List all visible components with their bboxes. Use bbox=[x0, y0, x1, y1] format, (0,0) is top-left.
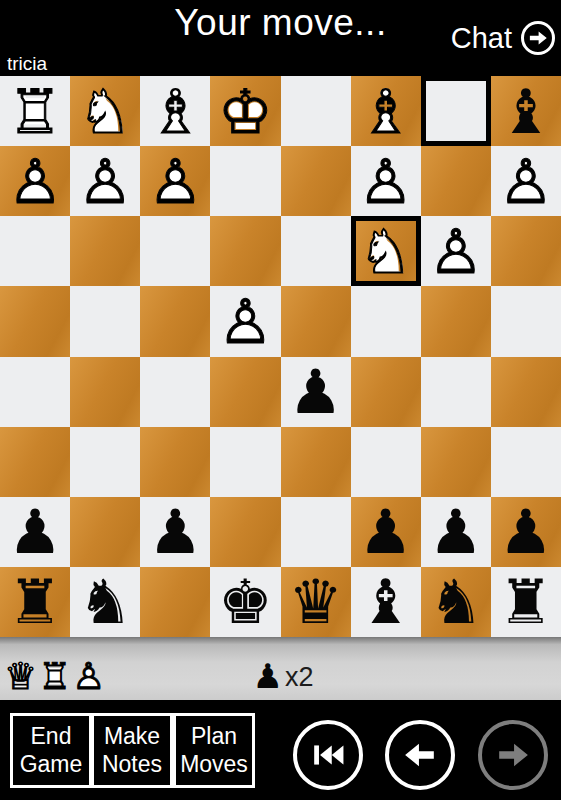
piece-outline-glyph: ♘ bbox=[358, 221, 413, 282]
piece-black-queen: ♛ bbox=[288, 571, 343, 632]
piece-glyph: ♟ bbox=[499, 501, 554, 562]
back-arrow-icon bbox=[403, 738, 437, 772]
piece-glyph: ♞ bbox=[78, 571, 133, 632]
piece-black-rook: ♜ bbox=[8, 571, 63, 632]
end-game-label-line2: Game bbox=[20, 751, 83, 779]
square-c2[interactable]: ♟♙ bbox=[351, 146, 421, 216]
captured-white-tray: ♛♕♜♖♟♙ bbox=[4, 658, 106, 695]
piece-glyph: ♟ bbox=[428, 501, 483, 562]
piece-glyph: ♛ bbox=[288, 571, 343, 632]
square-h1[interactable]: ♜♖ bbox=[0, 76, 70, 146]
captured-white-rook-icon: ♜♖ bbox=[38, 658, 71, 695]
square-g8[interactable]: ♞ bbox=[70, 567, 140, 637]
square-e4[interactable]: ♟♙ bbox=[210, 286, 280, 356]
square-d2[interactable] bbox=[281, 146, 351, 216]
captured-tray: ♛♕♜♖♟♙ ♟ x2 bbox=[0, 637, 561, 700]
square-d3[interactable] bbox=[281, 216, 351, 286]
forward-arrow-icon bbox=[496, 738, 530, 772]
skip-to-start-icon bbox=[311, 738, 345, 772]
piece-black-king: ♚ bbox=[218, 571, 273, 632]
piece-outline-glyph: ♗ bbox=[358, 81, 413, 142]
piece-white-rook: ♜♖ bbox=[8, 81, 63, 142]
plan-moves-label-line2: Moves bbox=[180, 751, 248, 779]
square-e1[interactable]: ♚♔ bbox=[210, 76, 280, 146]
square-g7[interactable] bbox=[70, 497, 140, 567]
piece-outline-glyph: ♙ bbox=[72, 658, 105, 695]
square-d6[interactable] bbox=[281, 427, 351, 497]
make-notes-label-line2: Notes bbox=[102, 751, 162, 779]
piece-outline-glyph: ♙ bbox=[499, 151, 554, 212]
piece-outline-glyph: ♙ bbox=[218, 291, 273, 352]
chat-label: Chat bbox=[451, 22, 512, 55]
captured-white-queen-icon: ♛♕ bbox=[4, 658, 37, 695]
square-f1[interactable]: ♝♗ bbox=[140, 76, 210, 146]
square-c6[interactable] bbox=[351, 427, 421, 497]
piece-glyph: ♝ bbox=[499, 81, 554, 142]
chess-board: ♜♖♞♘♝♗♚♔♝♗♝♟♙♟♙♟♙♟♙♟♙♞♘♟♙♟♙♟♟♟♟♟♟♜♞♚♛♝♞♜ bbox=[0, 76, 561, 637]
piece-glyph: ♟ bbox=[288, 361, 343, 422]
square-f5[interactable] bbox=[140, 357, 210, 427]
square-a4[interactable] bbox=[491, 286, 561, 356]
piece-glyph: ♜ bbox=[8, 571, 63, 632]
square-h5[interactable] bbox=[0, 357, 70, 427]
piece-white-pawn: ♟♙ bbox=[218, 291, 273, 352]
square-c7[interactable]: ♟ bbox=[351, 497, 421, 567]
square-e8[interactable]: ♚ bbox=[210, 567, 280, 637]
captured-black-count: x2 bbox=[285, 664, 314, 693]
captured-white-pawn-icon: ♟♙ bbox=[72, 658, 105, 695]
captured-black-tray: ♟ x2 bbox=[252, 659, 313, 693]
piece-glyph: ♟ bbox=[148, 501, 203, 562]
square-f7[interactable]: ♟ bbox=[140, 497, 210, 567]
piece-glyph: ♟ bbox=[358, 501, 413, 562]
square-c5[interactable] bbox=[351, 357, 421, 427]
piece-outline-glyph: ♘ bbox=[78, 81, 133, 142]
square-d7[interactable] bbox=[281, 497, 351, 567]
square-h3[interactable] bbox=[0, 216, 70, 286]
piece-outline-glyph: ♙ bbox=[78, 151, 133, 212]
piece-white-pawn: ♟♙ bbox=[148, 151, 203, 212]
piece-outline-glyph: ♖ bbox=[8, 81, 63, 142]
piece-white-king: ♚♔ bbox=[218, 81, 273, 142]
square-h2[interactable]: ♟♙ bbox=[0, 146, 70, 216]
piece-glyph: ♚ bbox=[218, 571, 273, 632]
piece-white-pawn: ♟♙ bbox=[358, 151, 413, 212]
skip-to-start-button[interactable] bbox=[293, 720, 363, 790]
square-h4[interactable] bbox=[0, 286, 70, 356]
piece-glyph: ♝ bbox=[358, 571, 413, 632]
piece-glyph: ♟ bbox=[8, 501, 63, 562]
make-notes-button[interactable]: Make Notes bbox=[91, 713, 173, 788]
square-h7[interactable]: ♟ bbox=[0, 497, 70, 567]
captured-black-pawn-holder: ♟ bbox=[252, 659, 282, 693]
square-a6[interactable] bbox=[491, 427, 561, 497]
header-bar: Your move... Chat tricia bbox=[0, 0, 561, 76]
square-b4[interactable] bbox=[421, 286, 491, 356]
piece-outline-glyph: ♙ bbox=[428, 221, 483, 282]
piece-black-pawn: ♟ bbox=[8, 501, 63, 562]
square-f8[interactable] bbox=[140, 567, 210, 637]
square-f6[interactable] bbox=[140, 427, 210, 497]
captured-black-pawn-icon: ♟ bbox=[252, 659, 282, 693]
square-e5[interactable] bbox=[210, 357, 280, 427]
square-b8[interactable]: ♞ bbox=[421, 567, 491, 637]
square-e7[interactable] bbox=[210, 497, 280, 567]
square-a2[interactable]: ♟♙ bbox=[491, 146, 561, 216]
piece-outline-glyph: ♔ bbox=[218, 81, 273, 142]
plan-moves-button[interactable]: Plan Moves bbox=[173, 713, 255, 788]
piece-black-pawn: ♟ bbox=[428, 501, 483, 562]
square-g5[interactable] bbox=[70, 357, 140, 427]
piece-outline-glyph: ♖ bbox=[38, 658, 71, 695]
piece-black-pawn: ♟ bbox=[288, 361, 343, 422]
piece-white-knight: ♞♘ bbox=[358, 221, 413, 282]
square-f2[interactable]: ♟♙ bbox=[140, 146, 210, 216]
square-a1[interactable]: ♝ bbox=[491, 76, 561, 146]
square-d8[interactable]: ♛ bbox=[281, 567, 351, 637]
square-b1[interactable] bbox=[421, 76, 491, 146]
chess-app: Your move... Chat tricia ♜♖♞♘♝♗♚♔♝♗♝♟♙♟♙… bbox=[0, 0, 561, 800]
piece-white-knight: ♞♘ bbox=[78, 81, 133, 142]
square-c4[interactable] bbox=[351, 286, 421, 356]
square-b6[interactable] bbox=[421, 427, 491, 497]
square-f3[interactable] bbox=[140, 216, 210, 286]
chat-button[interactable]: Chat bbox=[451, 21, 555, 55]
piece-black-bishop: ♝ bbox=[358, 571, 413, 632]
square-d5[interactable]: ♟ bbox=[281, 357, 351, 427]
piece-outline-glyph: ♙ bbox=[358, 151, 413, 212]
square-g1[interactable]: ♞♘ bbox=[70, 76, 140, 146]
square-b3[interactable]: ♟♙ bbox=[421, 216, 491, 286]
square-c8[interactable]: ♝ bbox=[351, 567, 421, 637]
piece-outline-glyph: ♙ bbox=[148, 151, 203, 212]
square-a5[interactable] bbox=[491, 357, 561, 427]
piece-black-pawn: ♟ bbox=[358, 501, 413, 562]
bottom-bar: End Game Make Notes Plan Moves bbox=[0, 700, 561, 800]
square-f4[interactable] bbox=[140, 286, 210, 356]
square-g6[interactable] bbox=[70, 427, 140, 497]
end-game-label-line1: End bbox=[31, 723, 72, 751]
piece-white-pawn: ♟♙ bbox=[8, 151, 63, 212]
piece-glyph: ♜ bbox=[499, 571, 554, 632]
end-game-button[interactable]: End Game bbox=[10, 713, 92, 788]
piece-white-pawn: ♟♙ bbox=[78, 151, 133, 212]
square-d4[interactable] bbox=[281, 286, 351, 356]
piece-outline-glyph: ♗ bbox=[148, 81, 203, 142]
square-b2[interactable] bbox=[421, 146, 491, 216]
piece-outline-glyph: ♕ bbox=[4, 658, 37, 695]
square-g3[interactable] bbox=[70, 216, 140, 286]
square-c3[interactable]: ♞♘ bbox=[351, 216, 421, 286]
square-c1[interactable]: ♝♗ bbox=[351, 76, 421, 146]
square-h6[interactable] bbox=[0, 427, 70, 497]
piece-outline-glyph: ♙ bbox=[8, 151, 63, 212]
square-a8[interactable]: ♜ bbox=[491, 567, 561, 637]
piece-white-pawn: ♟♙ bbox=[428, 221, 483, 282]
piece-black-rook: ♜ bbox=[499, 571, 554, 632]
forward-button bbox=[478, 720, 548, 790]
piece-black-pawn: ♟ bbox=[148, 501, 203, 562]
piece-black-knight: ♞ bbox=[428, 571, 483, 632]
opponent-name: tricia bbox=[7, 53, 47, 75]
square-a3[interactable] bbox=[491, 216, 561, 286]
square-a7[interactable]: ♟ bbox=[491, 497, 561, 567]
square-e3[interactable] bbox=[210, 216, 280, 286]
piece-black-pawn: ♟ bbox=[499, 501, 554, 562]
back-button[interactable] bbox=[385, 720, 455, 790]
chat-arrow-icon bbox=[521, 21, 555, 55]
square-e6[interactable] bbox=[210, 427, 280, 497]
piece-white-bishop: ♝♗ bbox=[148, 81, 203, 142]
piece-black-bishop: ♝ bbox=[499, 81, 554, 142]
square-d1[interactable] bbox=[281, 76, 351, 146]
make-notes-label-line1: Make bbox=[104, 723, 160, 751]
square-b7[interactable]: ♟ bbox=[421, 497, 491, 567]
square-b5[interactable] bbox=[421, 357, 491, 427]
piece-glyph: ♞ bbox=[428, 571, 483, 632]
plan-moves-label-line1: Plan bbox=[191, 723, 237, 751]
square-h8[interactable]: ♜ bbox=[0, 567, 70, 637]
piece-glyph: ♟ bbox=[252, 659, 282, 693]
square-e2[interactable] bbox=[210, 146, 280, 216]
piece-black-knight: ♞ bbox=[78, 571, 133, 632]
piece-white-pawn: ♟♙ bbox=[499, 151, 554, 212]
square-g2[interactable]: ♟♙ bbox=[70, 146, 140, 216]
piece-white-bishop: ♝♗ bbox=[358, 81, 413, 142]
square-g4[interactable] bbox=[70, 286, 140, 356]
